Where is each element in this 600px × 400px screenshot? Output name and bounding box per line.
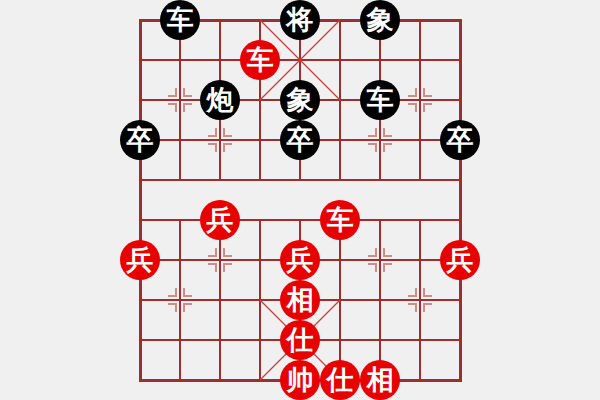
piece-red-general[interactable]: 帅 [280,360,320,400]
piece-red-elephant[interactable]: 相 [360,360,400,400]
piece-red-chariot[interactable]: 车 [240,40,280,80]
piece-black-elephant[interactable]: 象 [360,0,400,40]
piece-black-soldier[interactable]: 卒 [440,120,480,160]
piece-red-chariot[interactable]: 车 [320,200,360,240]
piece-black-soldier[interactable]: 卒 [280,120,320,160]
piece-red-soldier[interactable]: 兵 [120,240,160,280]
piece-black-cannon[interactable]: 炮 [200,80,240,120]
piece-red-soldier[interactable]: 兵 [200,200,240,240]
piece-red-soldier[interactable]: 兵 [440,240,480,280]
piece-black-soldier[interactable]: 卒 [120,120,160,160]
xiangqi-board[interactable]: 车将象车炮象车卒卒卒兵车兵兵兵相仕帅仕相 [120,0,480,400]
piece-red-elephant[interactable]: 相 [280,280,320,320]
piece-red-soldier[interactable]: 兵 [280,240,320,280]
piece-red-advisor[interactable]: 仕 [280,320,320,360]
piece-black-general[interactable]: 将 [280,0,320,40]
piece-black-elephant[interactable]: 象 [280,80,320,120]
piece-black-chariot[interactable]: 车 [360,80,400,120]
xiangqi-app: 车将象车炮象车卒卒卒兵车兵兵兵相仕帅仕相 [0,0,600,400]
piece-red-advisor[interactable]: 仕 [320,360,360,400]
piece-black-chariot[interactable]: 车 [160,0,200,40]
